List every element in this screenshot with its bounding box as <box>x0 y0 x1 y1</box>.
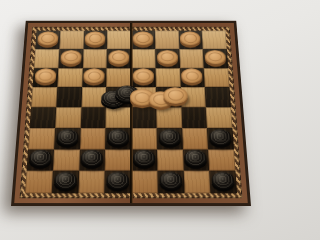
dark-piece[interactable] <box>209 129 232 145</box>
dark-piece[interactable] <box>184 150 207 167</box>
light-piece[interactable] <box>181 69 203 84</box>
dark-piece[interactable] <box>159 172 182 189</box>
dark-piece[interactable] <box>158 129 180 145</box>
dark-piece[interactable] <box>107 129 129 145</box>
light-piece[interactable] <box>133 69 154 84</box>
photo-background <box>0 0 263 210</box>
dark-piece[interactable] <box>133 150 155 167</box>
light-piece[interactable] <box>133 31 154 45</box>
board-frame <box>11 21 251 206</box>
dark-piece[interactable] <box>106 172 129 189</box>
light-piece[interactable] <box>205 50 227 64</box>
board-perspective-wrapper <box>11 21 251 206</box>
fold-hinge-seam <box>130 23 133 203</box>
light-piece[interactable] <box>180 31 201 45</box>
loose-light-piece[interactable] <box>163 87 188 104</box>
light-piece[interactable] <box>108 50 129 64</box>
dark-piece[interactable] <box>211 172 235 189</box>
light-piece[interactable] <box>157 50 178 64</box>
